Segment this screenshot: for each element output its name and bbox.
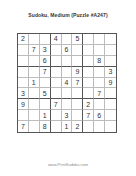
cell-r2c9[interactable]: [105, 45, 116, 56]
cell-r1c9[interactable]: [105, 34, 116, 45]
cell-r5c6[interactable]: 7: [72, 78, 83, 89]
cell-r2c1[interactable]: [18, 45, 29, 56]
cell-r3c9[interactable]: [105, 56, 116, 67]
cell-r8c4[interactable]: [51, 110, 62, 121]
cell-r2c5[interactable]: 6: [62, 45, 73, 56]
cell-r1c2[interactable]: [29, 34, 40, 45]
cell-r9c3[interactable]: 8: [40, 121, 51, 132]
cell-r7c5[interactable]: [62, 99, 73, 110]
cell-r1c6[interactable]: 5: [72, 34, 83, 45]
cell-r8c9[interactable]: [105, 110, 116, 121]
cell-r6c8[interactable]: 7: [94, 88, 105, 99]
footer-url: www.PrintSudoku.com: [0, 162, 136, 167]
cell-r5c7[interactable]: [83, 78, 94, 89]
cell-r4c7[interactable]: [83, 67, 94, 78]
cell-r6c5[interactable]: [62, 88, 73, 99]
cell-r7c3[interactable]: [40, 99, 51, 110]
cell-r2c7[interactable]: [83, 45, 94, 56]
cell-r6c7[interactable]: [83, 88, 94, 99]
cell-r2c2[interactable]: 7: [29, 45, 40, 56]
cell-r2c4[interactable]: [51, 45, 62, 56]
cell-r7c2[interactable]: [29, 99, 40, 110]
cell-r1c4[interactable]: 4: [51, 34, 62, 45]
cell-r8c8[interactable]: 6: [94, 110, 105, 121]
cell-r4c2[interactable]: [29, 67, 40, 78]
cell-r2c6[interactable]: [72, 45, 83, 56]
cell-r8c7[interactable]: 7: [83, 110, 94, 121]
cell-r6c2[interactable]: [29, 88, 40, 99]
sudoku-board: 24573668793147935797213767812: [17, 33, 117, 133]
cell-r3c8[interactable]: 8: [94, 56, 105, 67]
cell-r8c6[interactable]: [72, 110, 83, 121]
cell-r1c8[interactable]: [94, 34, 105, 45]
cell-r3c7[interactable]: [83, 56, 94, 67]
cell-r9c9[interactable]: [105, 121, 116, 132]
sudoku-sheet: Sudoku, Medium (Puzzle #A247) 2457366879…: [0, 0, 136, 176]
cell-r3c4[interactable]: [51, 56, 62, 67]
cell-r3c2[interactable]: [29, 56, 40, 67]
cell-r3c5[interactable]: [62, 56, 73, 67]
cell-r6c1[interactable]: 3: [18, 88, 29, 99]
cell-r3c6[interactable]: [72, 56, 83, 67]
cell-r9c6[interactable]: 2: [72, 121, 83, 132]
cell-r6c9[interactable]: [105, 88, 116, 99]
cell-r8c1[interactable]: [18, 110, 29, 121]
cell-r8c5[interactable]: 3: [62, 110, 73, 121]
cell-r5c2[interactable]: 1: [29, 78, 40, 89]
cell-r9c7[interactable]: [83, 121, 94, 132]
cell-r4c5[interactable]: [62, 67, 73, 78]
cell-r1c3[interactable]: [40, 34, 51, 45]
cell-r8c2[interactable]: [29, 110, 40, 121]
cell-r9c8[interactable]: [94, 121, 105, 132]
cell-r3c1[interactable]: [18, 56, 29, 67]
cell-r2c8[interactable]: [94, 45, 105, 56]
cell-r6c4[interactable]: [51, 88, 62, 99]
cell-r7c9[interactable]: [105, 99, 116, 110]
cell-r1c7[interactable]: [83, 34, 94, 45]
cell-r7c4[interactable]: 7: [51, 99, 62, 110]
cell-r9c4[interactable]: [51, 121, 62, 132]
cell-r5c5[interactable]: 4: [62, 78, 73, 89]
cell-r9c1[interactable]: 7: [18, 121, 29, 132]
cell-r4c3[interactable]: 7: [40, 67, 51, 78]
puzzle-title: Sudoku, Medium (Puzzle #A247): [0, 12, 136, 18]
cell-r5c1[interactable]: [18, 78, 29, 89]
cell-r1c5[interactable]: [62, 34, 73, 45]
cell-r7c8[interactable]: [94, 99, 105, 110]
cell-r4c6[interactable]: 9: [72, 67, 83, 78]
cell-r6c3[interactable]: 5: [40, 88, 51, 99]
cell-r5c8[interactable]: [94, 78, 105, 89]
cell-r4c4[interactable]: [51, 67, 62, 78]
cell-r5c9[interactable]: 9: [105, 78, 116, 89]
cell-r4c8[interactable]: [94, 67, 105, 78]
cell-r6c6[interactable]: [72, 88, 83, 99]
cell-r7c6[interactable]: [72, 99, 83, 110]
cell-r9c2[interactable]: [29, 121, 40, 132]
cell-r1c1[interactable]: 2: [18, 34, 29, 45]
cell-r5c3[interactable]: [40, 78, 51, 89]
cell-r4c9[interactable]: 3: [105, 67, 116, 78]
cell-r8c3[interactable]: 1: [40, 110, 51, 121]
cell-r3c3[interactable]: 6: [40, 56, 51, 67]
cell-r7c7[interactable]: 2: [83, 99, 94, 110]
cell-r9c5[interactable]: 1: [62, 121, 73, 132]
cell-r7c1[interactable]: 9: [18, 99, 29, 110]
cell-r2c3[interactable]: 3: [40, 45, 51, 56]
cell-r5c4[interactable]: [51, 78, 62, 89]
cell-r4c1[interactable]: [18, 67, 29, 78]
